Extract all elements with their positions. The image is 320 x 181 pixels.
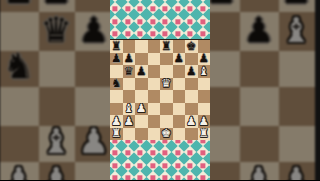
- bg-left-white-pawn-icon: ♟: [78, 126, 109, 161]
- bg-right-square-g3: [240, 125, 278, 163]
- square-a1: ♜: [110, 128, 123, 141]
- bg-left-white-pawn-icon: ♟: [3, 164, 34, 181]
- square-h8: [198, 40, 211, 53]
- background-board-zoom-right: ♜♜♚♟♟♟♟♛♟♟♝♞♛♝♟♟♟♟♟♜♚♜: [210, 0, 315, 180]
- square-e2: [160, 115, 173, 128]
- bg-left-square-b4: [38, 87, 76, 125]
- square-e3: [160, 103, 173, 116]
- bg-left-square-c5: [75, 50, 110, 88]
- pattern-grid-bottom: [110, 140, 210, 180]
- pattern-diamond: [121, 158, 134, 171]
- pattern-diamond: [196, 171, 209, 180]
- black-pawn-icon: ♟: [174, 53, 184, 65]
- bg-right-square-h2: ♟: [278, 162, 316, 180]
- bg-left-square-b7: ♟: [38, 0, 76, 12]
- black-pawn-icon: ♟: [124, 53, 134, 65]
- square-g3: [185, 103, 198, 116]
- bg-right-square-f4: [210, 87, 240, 125]
- white-bishop-icon: ♝: [199, 66, 209, 78]
- pattern-diamond: [209, 2, 210, 15]
- square-c5: [135, 78, 148, 91]
- square-c7: [135, 53, 148, 66]
- bg-right-square-f5: [210, 50, 240, 88]
- black-queen-icon: ♛: [124, 66, 134, 78]
- square-a6: [110, 65, 123, 78]
- pattern-diamond: [184, 171, 197, 180]
- square-d2: [148, 115, 161, 128]
- bg-left-black-pawn-icon: ♟: [3, 0, 34, 11]
- bg-right-white-pawn-icon: ♟: [281, 164, 312, 181]
- white-rook-icon: ♜: [111, 128, 121, 140]
- bg-right-black-pawn-icon: ♟: [210, 0, 237, 11]
- bg-left-white-pawn-icon: ♟: [41, 164, 72, 181]
- pattern-diamond: [159, 158, 172, 171]
- bg-left-black-pawn-icon: ♟: [41, 0, 72, 11]
- bg-left-square-c2: [75, 162, 110, 180]
- square-d1: [148, 128, 161, 141]
- pattern-diamond: [134, 146, 147, 159]
- square-c8: [135, 40, 148, 53]
- white-queen-icon: ♛: [161, 78, 171, 90]
- bg-right-square-h3: [278, 125, 316, 163]
- pattern-diamond: [121, 171, 134, 180]
- square-c4: [135, 90, 148, 103]
- square-d8: [148, 40, 161, 53]
- pattern-diamond: [171, 2, 184, 15]
- bg-left-square-a4: [0, 87, 38, 125]
- pattern-diamond: [159, 27, 172, 40]
- bg-left-black-pawn-icon: ♟: [78, 14, 109, 49]
- background-board-right: ♜♜♚♟♟♟♟♛♟♟♝♞♛♝♟♟♟♟♟♜♚♜: [210, 0, 315, 180]
- pattern-diamond: [110, 146, 121, 159]
- pattern-diamond: [196, 15, 209, 28]
- chess-board: ♜♜♚♟♟♟♟♛♟♟♝♞♛♝♟♟♟♟♟♜♚♜: [110, 40, 210, 140]
- white-pawn-icon: ♟: [111, 116, 121, 128]
- pattern-diamond: [134, 171, 147, 180]
- pattern-diamond: [110, 158, 121, 171]
- pattern-diamond: [110, 27, 121, 40]
- square-e8: ♜: [160, 40, 173, 53]
- square-h6: ♝: [198, 65, 211, 78]
- bg-right-square-g5: [240, 50, 278, 88]
- bg-left-square-b3: ♝: [38, 125, 76, 163]
- square-h3: [198, 103, 211, 116]
- square-b3: ♝: [123, 103, 136, 116]
- white-king-icon: ♚: [161, 128, 171, 140]
- bg-left-square-a7: ♟: [0, 0, 38, 12]
- square-a3: [110, 103, 123, 116]
- pattern-diamond: [134, 2, 147, 15]
- pattern-diamond: [171, 146, 184, 159]
- pattern-diamond: [196, 146, 209, 159]
- pattern-diamond: [209, 158, 210, 171]
- square-e4: [160, 90, 173, 103]
- pattern-diamond: [196, 2, 209, 15]
- pattern-grid-top: [110, 0, 210, 40]
- square-d5: [148, 78, 161, 91]
- pattern-diamond: [171, 171, 184, 180]
- white-rook-icon: ♜: [199, 128, 209, 140]
- bg-left-square-a3: [0, 125, 38, 163]
- short-video-frame[interactable]: ♜♜♚♟♟♟♟♛♟♟♝♞♛♝♟♟♟♟♟♜♚♜ ♜♜♚♟♟♟♟♛♟♟♝♞♛♝♟♟♟…: [0, 0, 320, 180]
- square-b6: ♛: [123, 65, 136, 78]
- bg-left-black-queen-icon: ♛: [41, 14, 72, 49]
- bg-right-square-h7: ♟: [278, 0, 316, 12]
- pattern-diamond: [184, 158, 197, 171]
- bg-left-square-a6: [0, 12, 38, 50]
- square-a8: ♜: [110, 40, 123, 53]
- pattern-diamond: [196, 27, 209, 40]
- square-e1: ♚: [160, 128, 173, 141]
- bg-left-square-c6: ♟: [75, 12, 110, 50]
- white-pawn-icon: ♟: [186, 116, 196, 128]
- bg-right-square-g7: [240, 0, 278, 12]
- white-pawn-icon: ♟: [136, 103, 146, 115]
- bg-right-square-h4: [278, 87, 316, 125]
- decorative-diamond-pattern-top: [110, 0, 210, 40]
- pattern-diamond: [121, 15, 134, 28]
- pattern-diamond: [146, 158, 159, 171]
- square-b2: ♟: [123, 115, 136, 128]
- square-e5: ♛: [160, 78, 173, 91]
- square-f6: [173, 65, 186, 78]
- bg-left-square-b6: ♛: [38, 12, 76, 50]
- bg-left-square-c3: ♟: [75, 125, 110, 163]
- square-a4: [110, 90, 123, 103]
- square-g6: ♟: [185, 65, 198, 78]
- black-rook-icon: ♜: [111, 41, 121, 53]
- square-b4: [123, 90, 136, 103]
- square-d6: [148, 65, 161, 78]
- bg-left-square-a2: ♟: [0, 162, 38, 180]
- black-knight-icon: ♞: [111, 78, 121, 90]
- pattern-diamond: [184, 146, 197, 159]
- pattern-diamond: [159, 2, 172, 15]
- center-column: ♜♜♚♟♟♟♟♛♟♟♝♞♛♝♟♟♟♟♟♜♚♜: [110, 0, 210, 180]
- bg-right-square-f7: ♟: [210, 0, 240, 12]
- square-c2: [135, 115, 148, 128]
- square-f8: [173, 40, 186, 53]
- square-d7: [148, 53, 161, 66]
- pattern-diamond: [184, 2, 197, 15]
- square-e7: [160, 53, 173, 66]
- bg-right-square-g4: [240, 87, 278, 125]
- pattern-diamond: [171, 15, 184, 28]
- square-h1: ♜: [198, 128, 211, 141]
- pattern-diamond: [134, 158, 147, 171]
- background-blur-right: ♜♜♚♟♟♟♟♛♟♟♝♞♛♝♟♟♟♟♟♜♚♜: [210, 0, 320, 180]
- pattern-diamond: [146, 27, 159, 40]
- bg-right-square-f2: [210, 162, 240, 180]
- black-pawn-icon: ♟: [186, 66, 196, 78]
- pattern-diamond: [134, 27, 147, 40]
- square-g4: [185, 90, 198, 103]
- pattern-diamond: [121, 146, 134, 159]
- pattern-diamond: [159, 146, 172, 159]
- background-board-left: ♜♜♚♟♟♟♟♛♟♟♝♞♛♝♟♟♟♟♟♜♚♜: [0, 0, 110, 180]
- bg-left-square-c7: [75, 0, 110, 12]
- bg-left-square-c4: [75, 87, 110, 125]
- pattern-diamond: [159, 171, 172, 180]
- bg-right-white-bishop-icon: ♝: [281, 14, 312, 49]
- bg-right-white-pawn-icon: ♟: [243, 164, 274, 181]
- pattern-diamond: [121, 27, 134, 40]
- white-pawn-icon: ♟: [124, 116, 134, 128]
- bg-right-square-g2: ♟: [240, 162, 278, 180]
- pattern-diamond: [110, 2, 121, 15]
- pattern-diamond: [110, 15, 121, 28]
- bg-right-square-f3: [210, 125, 240, 163]
- square-b8: [123, 40, 136, 53]
- bg-left-white-bishop-icon: ♝: [41, 126, 72, 161]
- bg-right-square-h6: ♝: [278, 12, 316, 50]
- pattern-diamond: [196, 158, 209, 171]
- background-blur-left: ♜♜♚♟♟♟♟♛♟♟♝♞♛♝♟♟♟♟♟♜♚♜: [0, 0, 110, 180]
- bg-right-square-h5: [278, 50, 316, 88]
- pattern-diamond: [146, 15, 159, 28]
- square-d3: [148, 103, 161, 116]
- pattern-diamond: [184, 27, 197, 40]
- pattern-diamond: [209, 171, 210, 180]
- square-f7: ♟: [173, 53, 186, 66]
- square-f5: [173, 78, 186, 91]
- square-f2: [173, 115, 186, 128]
- black-pawn-icon: ♟: [111, 53, 121, 65]
- pattern-diamond: [146, 171, 159, 180]
- bg-left-square-a5: ♞: [0, 50, 38, 88]
- square-h4: [198, 90, 211, 103]
- black-king-icon: ♚: [186, 41, 196, 53]
- black-rook-icon: ♜: [161, 41, 171, 53]
- bg-right-black-pawn-icon: ♟: [243, 14, 274, 49]
- square-c1: [135, 128, 148, 141]
- black-pawn-icon: ♟: [136, 66, 146, 78]
- square-f4: [173, 90, 186, 103]
- white-bishop-icon: ♝: [124, 103, 134, 115]
- square-f3: [173, 103, 186, 116]
- square-b7: ♟: [123, 53, 136, 66]
- pattern-diamond: [159, 15, 172, 28]
- square-h5: [198, 78, 211, 91]
- square-d4: [148, 90, 161, 103]
- bg-left-square-b5: [38, 50, 76, 88]
- square-a7: ♟: [110, 53, 123, 66]
- pattern-diamond: [184, 15, 197, 28]
- pattern-diamond: [134, 15, 147, 28]
- square-g7: [185, 53, 198, 66]
- pattern-diamond: [171, 27, 184, 40]
- pattern-diamond: [146, 2, 159, 15]
- white-pawn-icon: ♟: [199, 116, 209, 128]
- square-g2: ♟: [185, 115, 198, 128]
- bg-right-black-pawn-icon: ♟: [281, 0, 312, 11]
- square-c3: ♟: [135, 103, 148, 116]
- black-pawn-icon: ♟: [199, 53, 209, 65]
- bg-left-black-knight-icon: ♞: [3, 51, 34, 86]
- pattern-diamond: [110, 171, 121, 180]
- square-g5: [185, 78, 198, 91]
- decorative-diamond-pattern-bottom: [110, 140, 210, 180]
- square-h7: ♟: [198, 53, 211, 66]
- square-e6: [160, 65, 173, 78]
- square-b1: [123, 128, 136, 141]
- pattern-diamond: [209, 27, 210, 40]
- pattern-diamond: [209, 15, 210, 28]
- square-a2: ♟: [110, 115, 123, 128]
- square-f1: [173, 128, 186, 141]
- square-h2: ♟: [198, 115, 211, 128]
- bg-right-square-f6: [210, 12, 240, 50]
- square-a5: ♞: [110, 78, 123, 91]
- bg-right-square-g6: ♟: [240, 12, 278, 50]
- square-b5: [123, 78, 136, 91]
- pattern-diamond: [171, 158, 184, 171]
- square-c6: ♟: [135, 65, 148, 78]
- square-g8: ♚: [185, 40, 198, 53]
- square-g1: [185, 128, 198, 141]
- bg-left-square-b2: ♟: [38, 162, 76, 180]
- background-board-zoom-left: ♜♜♚♟♟♟♟♛♟♟♝♞♛♝♟♟♟♟♟♜♚♜: [0, 0, 110, 180]
- pattern-diamond: [209, 146, 210, 159]
- pattern-diamond: [121, 2, 134, 15]
- pattern-diamond: [146, 146, 159, 159]
